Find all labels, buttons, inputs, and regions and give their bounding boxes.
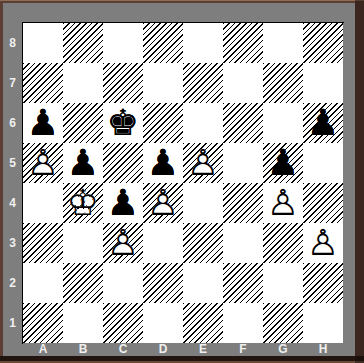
board-frame: 87654321 ♟♟♚♚♟♟♟♙♟♟♟♟♟♙♟♟♚♔♟♟♟♙♟♙♟♙♟♙ AB… — [3, 3, 355, 356]
piece-bp-c4[interactable]: ♟ — [103, 183, 143, 223]
square-b4[interactable]: ♚♔ — [63, 183, 103, 223]
square-b6[interactable] — [63, 103, 103, 143]
square-f5[interactable] — [223, 143, 263, 183]
piece-bp-b5[interactable]: ♟ — [63, 143, 103, 183]
square-a1[interactable] — [23, 303, 63, 343]
square-c3[interactable]: ♟♙ — [103, 223, 143, 263]
piece-silhouette-wp-d4: ♟ — [143, 183, 183, 223]
rank-label-3: 3 — [3, 223, 22, 263]
square-g4[interactable]: ♟♙ — [263, 183, 303, 223]
piece-bp-g5[interactable]: ♟ — [263, 143, 303, 183]
square-a6[interactable]: ♟♟ — [23, 103, 63, 143]
file-label-c: C — [103, 343, 143, 356]
rank-labels: 87654321 — [3, 23, 22, 343]
square-a5[interactable]: ♟♙ — [23, 143, 63, 183]
square-b5[interactable]: ♟♟ — [63, 143, 103, 183]
chess-board: ♟♟♚♚♟♟♟♙♟♟♟♟♟♙♟♟♚♔♟♟♟♙♟♙♟♙♟♙ — [22, 22, 344, 344]
square-c4[interactable]: ♟♟ — [103, 183, 143, 223]
piece-silhouette-wk-b4: ♚ — [63, 183, 103, 223]
square-h5[interactable] — [303, 143, 343, 183]
piece-silhouette-wp-g4: ♟ — [263, 183, 303, 223]
square-d7[interactable] — [143, 63, 183, 103]
piece-silhouette-wp-h3: ♟ — [303, 223, 343, 263]
piece-silhouette-bp-b5: ♟ — [63, 143, 103, 183]
piece-silhouette-bp-g5: ♟ — [263, 143, 303, 183]
square-g2[interactable] — [263, 263, 303, 303]
diagram-frame: 87654321 ♟♟♚♚♟♟♟♙♟♟♟♟♟♙♟♟♚♔♟♟♟♙♟♙♟♙♟♙ AB… — [0, 0, 364, 363]
file-label-e: E — [183, 343, 223, 356]
square-c1[interactable] — [103, 303, 143, 343]
square-c6[interactable]: ♚♚ — [103, 103, 143, 143]
piece-silhouette-bp-d5: ♟ — [143, 143, 183, 183]
square-f4[interactable] — [223, 183, 263, 223]
square-a4[interactable] — [23, 183, 63, 223]
piece-bp-h6[interactable]: ♟ — [303, 103, 343, 143]
square-a7[interactable] — [23, 63, 63, 103]
square-c5[interactable] — [103, 143, 143, 183]
square-f3[interactable] — [223, 223, 263, 263]
square-f8[interactable] — [223, 23, 263, 63]
rank-label-1: 1 — [3, 303, 22, 343]
piece-bk-c6[interactable]: ♚ — [103, 103, 143, 143]
piece-wp-d4[interactable]: ♙ — [143, 183, 183, 223]
piece-silhouette-bk-c6: ♚ — [103, 103, 143, 143]
square-f1[interactable] — [223, 303, 263, 343]
file-labels: ABCDEFGH — [23, 343, 343, 356]
piece-bp-d5[interactable]: ♟ — [143, 143, 183, 183]
square-h7[interactable] — [303, 63, 343, 103]
square-e8[interactable] — [183, 23, 223, 63]
square-c2[interactable] — [103, 263, 143, 303]
square-g1[interactable] — [263, 303, 303, 343]
rank-label-5: 5 — [3, 143, 22, 183]
square-d2[interactable] — [143, 263, 183, 303]
square-c8[interactable] — [103, 23, 143, 63]
square-d3[interactable] — [143, 223, 183, 263]
square-a8[interactable] — [23, 23, 63, 63]
square-b7[interactable] — [63, 63, 103, 103]
square-e6[interactable] — [183, 103, 223, 143]
file-label-f: F — [223, 343, 263, 356]
square-a2[interactable] — [23, 263, 63, 303]
piece-silhouette-bp-a6: ♟ — [23, 103, 63, 143]
square-d6[interactable] — [143, 103, 183, 143]
rank-label-7: 7 — [3, 63, 22, 103]
piece-wp-e5[interactable]: ♙ — [183, 143, 223, 183]
rank-label-2: 2 — [3, 263, 22, 303]
square-g8[interactable] — [263, 23, 303, 63]
square-h6[interactable]: ♟♟ — [303, 103, 343, 143]
piece-silhouette-wp-a5: ♟ — [23, 143, 63, 183]
file-label-a: A — [23, 343, 63, 356]
piece-silhouette-bp-h6: ♟ — [303, 103, 343, 143]
piece-wp-g4[interactable]: ♙ — [263, 183, 303, 223]
square-h8[interactable] — [303, 23, 343, 63]
square-e7[interactable] — [183, 63, 223, 103]
square-e2[interactable] — [183, 263, 223, 303]
square-b3[interactable] — [63, 223, 103, 263]
square-g3[interactable] — [263, 223, 303, 263]
file-label-b: B — [63, 343, 103, 356]
piece-bp-a6[interactable]: ♟ — [23, 103, 63, 143]
square-h1[interactable] — [303, 303, 343, 343]
rank-label-8: 8 — [3, 23, 22, 63]
square-g6[interactable] — [263, 103, 303, 143]
square-h3[interactable]: ♟♙ — [303, 223, 343, 263]
square-d5[interactable]: ♟♟ — [143, 143, 183, 183]
piece-wp-c3[interactable]: ♙ — [103, 223, 143, 263]
square-b1[interactable] — [63, 303, 103, 343]
piece-wp-a5[interactable]: ♙ — [23, 143, 63, 183]
square-f2[interactable] — [223, 263, 263, 303]
square-b2[interactable] — [63, 263, 103, 303]
square-d4[interactable]: ♟♙ — [143, 183, 183, 223]
square-d1[interactable] — [143, 303, 183, 343]
piece-silhouette-wp-c3: ♟ — [103, 223, 143, 263]
piece-silhouette-wp-e5: ♟ — [183, 143, 223, 183]
rank-label-6: 6 — [3, 103, 22, 143]
square-d8[interactable] — [143, 23, 183, 63]
square-e1[interactable] — [183, 303, 223, 343]
file-label-d: D — [143, 343, 183, 356]
square-e4[interactable] — [183, 183, 223, 223]
square-g5[interactable]: ♟♟ — [263, 143, 303, 183]
square-e3[interactable] — [183, 223, 223, 263]
piece-wk-b4[interactable]: ♔ — [63, 183, 103, 223]
square-g7[interactable] — [263, 63, 303, 103]
square-f7[interactable] — [223, 63, 263, 103]
rank-label-4: 4 — [3, 183, 22, 223]
square-c7[interactable] — [103, 63, 143, 103]
square-h4[interactable] — [303, 183, 343, 223]
file-label-g: G — [263, 343, 303, 356]
piece-wp-h3[interactable]: ♙ — [303, 223, 343, 263]
square-e5[interactable]: ♟♙ — [183, 143, 223, 183]
square-f6[interactable] — [223, 103, 263, 143]
piece-silhouette-bp-c4: ♟ — [103, 183, 143, 223]
square-h2[interactable] — [303, 263, 343, 303]
square-a3[interactable] — [23, 223, 63, 263]
square-b8[interactable] — [63, 23, 103, 63]
file-label-h: H — [303, 343, 343, 356]
